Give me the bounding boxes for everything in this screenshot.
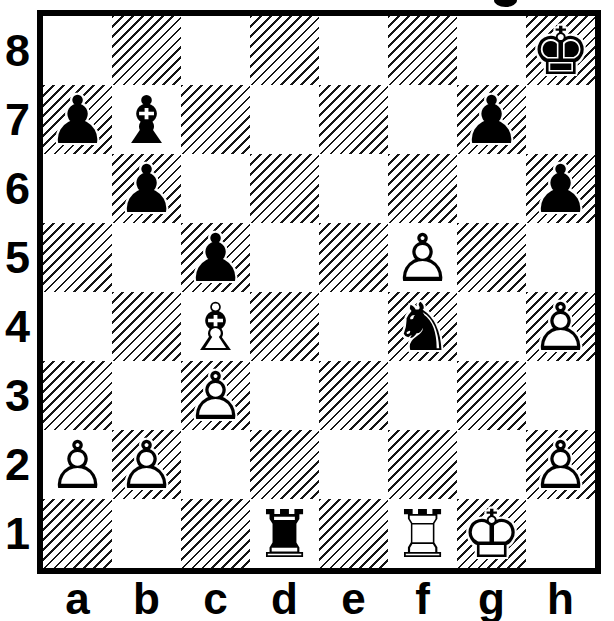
- black-pawn[interactable]: ♟: [181, 223, 250, 292]
- chess-board: ♚♟♝♟♟♟♟♟♙♝♗♞♟♙♟♙♟♙♟♙♟♙♜♜♖♚♔: [43, 16, 595, 568]
- square-a4[interactable]: [43, 292, 112, 361]
- black-pawn[interactable]: ♟: [43, 85, 112, 154]
- black-rook[interactable]: ♜: [250, 499, 319, 568]
- board-frame: ♚♟♝♟♟♟♟♟♙♝♗♞♟♙♟♙♟♙♟♙♟♙♜♜♖♚♔: [37, 10, 601, 574]
- file-label-d: d: [250, 577, 319, 621]
- rank-label-1: 1: [0, 499, 35, 568]
- square-b4[interactable]: [112, 292, 181, 361]
- square-h3[interactable]: [526, 361, 595, 430]
- white-pawn-glyph: ♙: [526, 431, 595, 500]
- white-pawn[interactable]: ♟♙: [112, 430, 181, 499]
- black-pawn-glyph: ♟: [112, 155, 181, 224]
- black-knight[interactable]: ♞: [388, 292, 457, 361]
- square-d2[interactable]: [250, 430, 319, 499]
- square-a5[interactable]: [43, 223, 112, 292]
- square-f2[interactable]: [388, 430, 457, 499]
- square-a8[interactable]: [43, 16, 112, 85]
- black-rook-glyph: ♜: [250, 500, 319, 569]
- square-h5[interactable]: [526, 223, 595, 292]
- square-e3[interactable]: [319, 361, 388, 430]
- white-pawn[interactable]: ♟♙: [388, 223, 457, 292]
- square-d7[interactable]: [250, 85, 319, 154]
- black-pawn[interactable]: ♟: [457, 85, 526, 154]
- square-c7[interactable]: [181, 85, 250, 154]
- white-pawn-glyph: ♙: [181, 362, 250, 431]
- square-h2[interactable]: ♟♙: [526, 430, 595, 499]
- square-c8[interactable]: [181, 16, 250, 85]
- black-pawn[interactable]: ♟: [112, 154, 181, 223]
- chess-diagram: 87654321 ♚♟♝♟♟♟♟♟♙♝♗♞♟♙♟♙♟♙♟♙♟♙♜♜♖♚♔ abc…: [0, 0, 614, 621]
- white-pawn[interactable]: ♟♙: [526, 430, 595, 499]
- square-e2[interactable]: [319, 430, 388, 499]
- square-c3[interactable]: ♟♙: [181, 361, 250, 430]
- white-pawn[interactable]: ♟♙: [526, 292, 595, 361]
- white-pawn-glyph: ♙: [526, 293, 595, 362]
- white-pawn[interactable]: ♟♙: [43, 430, 112, 499]
- square-f7[interactable]: [388, 85, 457, 154]
- square-c4[interactable]: ♝♗: [181, 292, 250, 361]
- square-a7[interactable]: ♟: [43, 85, 112, 154]
- rank-label-5: 5: [0, 223, 35, 292]
- square-g4[interactable]: [457, 292, 526, 361]
- rank-label-6: 6: [0, 154, 35, 223]
- black-pawn-glyph: ♟: [43, 86, 112, 155]
- black-king-glyph: ♚: [526, 17, 595, 86]
- file-label-b: b: [112, 577, 181, 621]
- cropped-glyph-fragment: [494, 0, 517, 7]
- white-pawn-glyph: ♙: [43, 431, 112, 500]
- square-f4[interactable]: ♞: [388, 292, 457, 361]
- white-rook[interactable]: ♜♖: [388, 499, 457, 568]
- square-b7[interactable]: ♝: [112, 85, 181, 154]
- square-h1[interactable]: [526, 499, 595, 568]
- black-bishop[interactable]: ♝: [112, 85, 181, 154]
- square-h7[interactable]: [526, 85, 595, 154]
- square-f3[interactable]: [388, 361, 457, 430]
- square-e4[interactable]: [319, 292, 388, 361]
- black-pawn-glyph: ♟: [457, 86, 526, 155]
- square-d8[interactable]: [250, 16, 319, 85]
- white-king-glyph: ♔: [457, 500, 526, 569]
- square-e7[interactable]: [319, 85, 388, 154]
- square-h4[interactable]: ♟♙: [526, 292, 595, 361]
- square-c1[interactable]: [181, 499, 250, 568]
- rank-label-7: 7: [0, 85, 35, 154]
- square-a6[interactable]: [43, 154, 112, 223]
- white-bishop-glyph: ♗: [181, 293, 250, 362]
- file-label-g: g: [457, 577, 526, 621]
- white-rook-glyph: ♖: [388, 500, 457, 569]
- square-a3[interactable]: [43, 361, 112, 430]
- black-pawn[interactable]: ♟: [526, 154, 595, 223]
- square-b8[interactable]: [112, 16, 181, 85]
- file-label-f: f: [388, 577, 457, 621]
- square-g2[interactable]: [457, 430, 526, 499]
- square-b3[interactable]: [112, 361, 181, 430]
- square-g6[interactable]: [457, 154, 526, 223]
- square-e6[interactable]: [319, 154, 388, 223]
- rank-label-8: 8: [0, 16, 35, 85]
- black-knight-glyph: ♞: [388, 293, 457, 362]
- square-c6[interactable]: [181, 154, 250, 223]
- square-g5[interactable]: [457, 223, 526, 292]
- rank-labels: 87654321: [0, 16, 35, 568]
- square-b1[interactable]: [112, 499, 181, 568]
- white-pawn-glyph: ♙: [112, 431, 181, 500]
- white-bishop[interactable]: ♝♗: [181, 292, 250, 361]
- square-c5[interactable]: ♟: [181, 223, 250, 292]
- square-b2[interactable]: ♟♙: [112, 430, 181, 499]
- square-d3[interactable]: [250, 361, 319, 430]
- square-g3[interactable]: [457, 361, 526, 430]
- square-b6[interactable]: ♟: [112, 154, 181, 223]
- rank-label-2: 2: [0, 430, 35, 499]
- square-e8[interactable]: [319, 16, 388, 85]
- white-pawn[interactable]: ♟♙: [181, 361, 250, 430]
- square-f8[interactable]: [388, 16, 457, 85]
- square-c2[interactable]: [181, 430, 250, 499]
- black-bishop-glyph: ♝: [112, 86, 181, 155]
- file-label-h: h: [526, 577, 595, 621]
- square-d1[interactable]: ♜: [250, 499, 319, 568]
- square-e1[interactable]: [319, 499, 388, 568]
- white-pawn-glyph: ♙: [388, 224, 457, 293]
- square-f1[interactable]: ♜♖: [388, 499, 457, 568]
- square-e5[interactable]: [319, 223, 388, 292]
- square-g7[interactable]: ♟: [457, 85, 526, 154]
- square-h6[interactable]: ♟: [526, 154, 595, 223]
- rank-label-3: 3: [0, 361, 35, 430]
- square-d4[interactable]: [250, 292, 319, 361]
- square-d6[interactable]: [250, 154, 319, 223]
- file-labels: abcdefgh: [43, 577, 595, 621]
- black-pawn-glyph: ♟: [526, 155, 595, 224]
- rank-label-4: 4: [0, 292, 35, 361]
- black-pawn-glyph: ♟: [181, 224, 250, 293]
- square-g8[interactable]: [457, 16, 526, 85]
- square-b5[interactable]: [112, 223, 181, 292]
- square-d5[interactable]: [250, 223, 319, 292]
- file-label-e: e: [319, 577, 388, 621]
- square-h8[interactable]: ♚: [526, 16, 595, 85]
- white-king[interactable]: ♚♔: [457, 499, 526, 568]
- file-label-c: c: [181, 577, 250, 621]
- square-a2[interactable]: ♟♙: [43, 430, 112, 499]
- square-a1[interactable]: [43, 499, 112, 568]
- square-f6[interactable]: [388, 154, 457, 223]
- black-king[interactable]: ♚: [526, 16, 595, 85]
- square-f5[interactable]: ♟♙: [388, 223, 457, 292]
- file-label-a: a: [43, 577, 112, 621]
- square-g1[interactable]: ♚♔: [457, 499, 526, 568]
